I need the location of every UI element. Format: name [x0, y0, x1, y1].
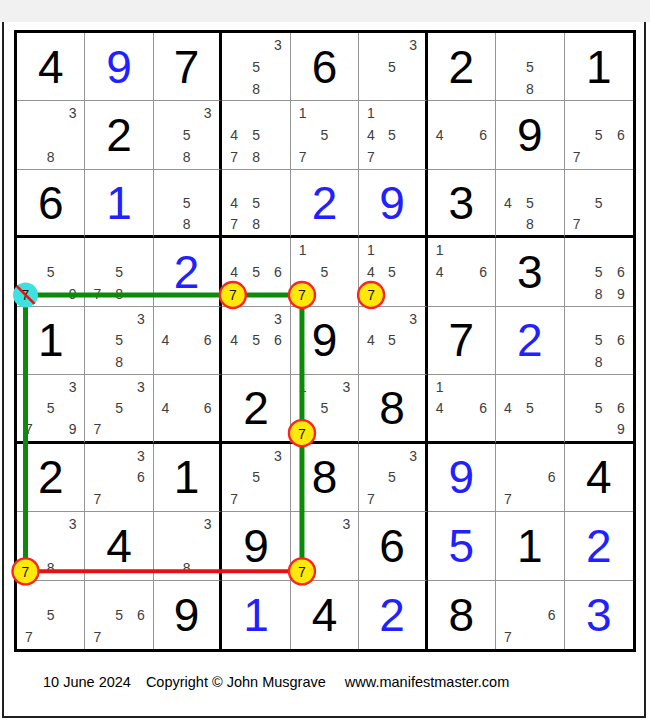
cell-r4c9[interactable]: 5689 — [565, 238, 633, 306]
solved-digit: 2 — [428, 33, 495, 100]
candidate-7: 7 — [292, 283, 314, 305]
solved-digit: 9 — [85, 33, 152, 100]
solved-digit: 8 — [359, 375, 424, 440]
cell-r9c8[interactable]: 67 — [496, 581, 564, 649]
cell-r2c8[interactable]: 9 — [496, 101, 564, 169]
cell-r3c2[interactable]: 1 — [85, 170, 153, 238]
candidate-5: 5 — [245, 330, 267, 352]
candidate-6: 6 — [610, 124, 632, 146]
candidate-5: 5 — [108, 604, 130, 626]
candidate-5: 5 — [588, 124, 610, 146]
solved-digit: 1 — [85, 170, 152, 235]
cell-r4c1[interactable]: 579 — [17, 238, 85, 306]
cell-r7c8[interactable]: 67 — [496, 444, 564, 512]
candidate-4: 4 — [497, 192, 519, 213]
candidate-5: 5 — [588, 330, 610, 352]
cell-r4c2[interactable]: 578 — [85, 238, 153, 306]
cell-r5c4[interactable]: 3456 — [222, 307, 290, 375]
candidate-7: 7 — [292, 557, 314, 579]
candidate-4: 4 — [360, 330, 381, 352]
candidate-grid: 357 — [86, 376, 151, 439]
candidate-5: 5 — [245, 56, 267, 78]
candidate-7: 7 — [360, 488, 381, 510]
cell-r3c5[interactable]: 2 — [291, 170, 359, 238]
candidate-grid: 567 — [86, 582, 151, 648]
cell-r9c4[interactable]: 1 — [222, 581, 290, 649]
cell-r1c6[interactable]: 35 — [359, 33, 427, 101]
solved-digit: 2 — [359, 581, 424, 649]
candidate-6: 6 — [610, 330, 632, 352]
cell-r5c3[interactable]: 46 — [154, 307, 222, 375]
candidate-7: 7 — [18, 626, 40, 648]
candidate-grid: 1457 — [360, 239, 423, 304]
cell-r7c7[interactable]: 9 — [428, 444, 496, 512]
candidate-5: 5 — [245, 261, 267, 283]
candidate-5: 5 — [176, 192, 197, 213]
candidate-6: 6 — [472, 397, 494, 418]
solved-digit: 1 — [222, 581, 289, 649]
cell-r3c1[interactable]: 6 — [17, 170, 85, 238]
cell-r5c1[interactable]: 1 — [17, 307, 85, 375]
candidate-grid: 378 — [18, 513, 83, 578]
solved-digit: 7 — [154, 33, 219, 100]
candidate-9: 9 — [610, 283, 632, 305]
candidate-grid: 38 — [18, 102, 83, 167]
candidate-grid: 46 — [429, 102, 494, 167]
candidate-4: 4 — [360, 261, 381, 283]
solved-digit: 8 — [291, 444, 358, 511]
sudoku-board: 4973586352581382358457815714574695676158… — [14, 30, 636, 652]
candidate-3: 3 — [335, 376, 357, 397]
cell-r2c1[interactable]: 38 — [17, 101, 85, 169]
cell-r1c9[interactable]: 1 — [565, 33, 633, 101]
candidate-grid: 58 — [497, 34, 562, 99]
candidate-grid: 4578 — [223, 171, 288, 234]
cell-r6c6[interactable]: 8 — [359, 375, 427, 443]
candidate-6: 6 — [610, 261, 632, 283]
candidate-5: 5 — [381, 56, 402, 78]
candidate-5: 5 — [314, 261, 336, 283]
candidate-8: 8 — [588, 283, 610, 305]
sudoku-page: 4973586352581382358457815714574695676158… — [0, 0, 650, 720]
candidate-7: 7 — [223, 213, 245, 234]
cell-r2c4[interactable]: 4578 — [222, 101, 290, 169]
cell-r2c3[interactable]: 358 — [154, 101, 222, 169]
cell-r4c7[interactable]: 146 — [428, 238, 496, 306]
candidate-grid: 46 — [155, 308, 218, 373]
candidate-grid: 67 — [497, 582, 562, 648]
cell-r2c7[interactable]: 46 — [428, 101, 496, 169]
candidate-grid: 4578 — [223, 102, 288, 167]
cell-r3c3[interactable]: 58 — [154, 170, 222, 238]
candidate-grid: 157 — [292, 239, 357, 304]
solved-digit: 3 — [496, 238, 563, 305]
candidate-6: 6 — [541, 604, 563, 626]
solved-digit: 2 — [496, 307, 563, 374]
cell-r8c1[interactable]: 378 — [17, 512, 85, 580]
cell-r6c8[interactable]: 45 — [496, 375, 564, 443]
candidate-7: 7 — [360, 146, 381, 168]
cell-r9c1[interactable]: 57 — [17, 581, 85, 649]
cell-r4c3[interactable]: 2 — [154, 238, 222, 306]
solved-digit: 1 — [496, 512, 563, 579]
candidate-5: 5 — [40, 397, 62, 418]
solved-digit: 7 — [428, 307, 495, 374]
cell-r4c5[interactable]: 157 — [291, 238, 359, 306]
candidate-grid: 579 — [18, 239, 83, 304]
cell-r1c2[interactable]: 9 — [85, 33, 153, 101]
candidate-4: 4 — [223, 192, 245, 213]
candidate-4: 4 — [360, 124, 381, 146]
candidate-6: 6 — [472, 124, 494, 146]
cell-r5c9[interactable]: 568 — [565, 307, 633, 375]
candidate-7: 7 — [566, 146, 588, 168]
candidate-1: 1 — [360, 239, 381, 261]
solved-digit: 4 — [291, 581, 358, 649]
candidate-grid: 46 — [155, 376, 218, 439]
cell-r1c8[interactable]: 58 — [496, 33, 564, 101]
solved-digit: 8 — [428, 581, 495, 649]
solved-digit: 4 — [565, 444, 633, 511]
candidate-5: 5 — [40, 604, 62, 626]
cell-r4c8[interactable]: 3 — [496, 238, 564, 306]
candidate-1: 1 — [360, 102, 381, 124]
candidate-grid: 146 — [429, 376, 494, 439]
cell-r8c2[interactable]: 4 — [85, 512, 153, 580]
solved-digit: 2 — [17, 444, 84, 511]
solved-digit: 6 — [291, 33, 358, 100]
candidate-grid: 578 — [86, 239, 151, 304]
candidate-grid: 568 — [566, 308, 632, 373]
cell-r3c8[interactable]: 458 — [496, 170, 564, 238]
candidate-5: 5 — [245, 192, 267, 213]
candidate-8: 8 — [176, 146, 197, 168]
cell-r9c2[interactable]: 567 — [85, 581, 153, 649]
candidate-grid: 67 — [497, 445, 562, 510]
candidate-6: 6 — [267, 330, 289, 352]
candidate-1: 1 — [292, 239, 314, 261]
solved-digit: 1 — [154, 444, 219, 511]
candidate-grid: 157 — [292, 102, 357, 167]
candidate-5: 5 — [381, 261, 402, 283]
candidate-grid: 5689 — [566, 239, 632, 304]
cell-r1c4[interactable]: 358 — [222, 33, 290, 101]
candidate-4: 4 — [223, 124, 245, 146]
candidate-7: 7 — [86, 626, 108, 648]
candidate-grid: 367 — [86, 445, 151, 510]
cell-r3c9[interactable]: 57 — [565, 170, 633, 238]
candidate-7: 7 — [292, 419, 314, 440]
candidate-9: 9 — [62, 419, 84, 440]
cell-r2c2[interactable]: 2 — [85, 101, 153, 169]
cell-r6c1[interactable]: 3579 — [17, 375, 85, 443]
candidate-3: 3 — [197, 102, 218, 124]
candidate-7: 7 — [360, 283, 381, 305]
candidate-5: 5 — [519, 192, 541, 213]
candidate-grid: 37 — [292, 513, 357, 578]
solved-digit: 2 — [291, 170, 358, 235]
candidate-7: 7 — [292, 146, 314, 168]
candidate-3: 3 — [197, 513, 218, 535]
candidate-5: 5 — [314, 397, 336, 418]
candidate-4: 4 — [429, 261, 451, 283]
solved-digit: 4 — [17, 33, 84, 100]
cell-r1c1[interactable]: 4 — [17, 33, 85, 101]
cell-r2c5[interactable]: 157 — [291, 101, 359, 169]
cell-r9c9[interactable]: 3 — [565, 581, 633, 649]
candidate-8: 8 — [108, 283, 130, 305]
candidate-1: 1 — [292, 376, 314, 397]
candidate-5: 5 — [381, 330, 402, 352]
candidate-4: 4 — [223, 261, 245, 283]
footer-copyright: Copyright © John Musgrave — [146, 674, 326, 690]
solved-digit: 1 — [17, 307, 84, 374]
candidate-grid: 58 — [155, 171, 218, 234]
cell-r7c1[interactable]: 2 — [17, 444, 85, 512]
cell-r8c3[interactable]: 38 — [154, 512, 222, 580]
candidate-9: 9 — [62, 283, 84, 305]
solved-digit: 9 — [359, 170, 424, 235]
cell-r4c6[interactable]: 1457 — [359, 238, 427, 306]
cell-r6c4[interactable]: 2 — [222, 375, 290, 443]
candidate-grid: 1357 — [292, 376, 357, 439]
candidate-8: 8 — [245, 78, 267, 100]
candidate-3: 3 — [130, 308, 152, 330]
solved-digit: 4 — [85, 512, 152, 579]
solved-digit: 6 — [359, 512, 424, 579]
cell-r9c6[interactable]: 2 — [359, 581, 427, 649]
candidate-3: 3 — [267, 445, 289, 467]
candidate-5: 5 — [108, 330, 130, 352]
solved-digit: 2 — [154, 238, 219, 305]
cell-r1c3[interactable]: 7 — [154, 33, 222, 101]
solved-digit: 2 — [222, 375, 289, 440]
candidate-3: 3 — [62, 102, 84, 124]
cell-r7c2[interactable]: 367 — [85, 444, 153, 512]
cell-r8c4[interactable]: 9 — [222, 512, 290, 580]
solved-digit: 9 — [154, 581, 219, 649]
candidate-7: 7 — [86, 488, 108, 510]
candidate-7: 7 — [566, 213, 588, 234]
candidate-5: 5 — [245, 124, 267, 146]
cell-r1c7[interactable]: 2 — [428, 33, 496, 101]
candidate-9: 9 — [610, 419, 632, 440]
cell-r6c5[interactable]: 1357 — [291, 375, 359, 443]
candidate-5: 5 — [381, 466, 402, 488]
candidate-5: 5 — [519, 397, 541, 418]
candidate-6: 6 — [197, 330, 218, 352]
candidate-1: 1 — [292, 102, 314, 124]
candidate-7: 7 — [18, 557, 40, 579]
candidate-8: 8 — [40, 557, 62, 579]
cell-r3c4[interactable]: 4578 — [222, 170, 290, 238]
cell-r7c6[interactable]: 357 — [359, 444, 427, 512]
candidate-8: 8 — [519, 213, 541, 234]
candidate-5: 5 — [176, 124, 197, 146]
candidate-8: 8 — [245, 146, 267, 168]
candidate-grid: 458 — [497, 171, 562, 234]
candidate-3: 3 — [130, 376, 152, 397]
cell-r3c7[interactable]: 3 — [428, 170, 496, 238]
cell-r9c3[interactable]: 9 — [154, 581, 222, 649]
cell-r5c6[interactable]: 345 — [359, 307, 427, 375]
candidate-grid: 38 — [155, 513, 218, 578]
cell-r5c8[interactable]: 2 — [496, 307, 564, 375]
candidate-5: 5 — [588, 261, 610, 283]
candidate-4: 4 — [429, 397, 451, 418]
candidate-grid: 569 — [566, 376, 632, 439]
candidate-3: 3 — [267, 34, 289, 56]
candidate-1: 1 — [429, 376, 451, 397]
candidate-6: 6 — [130, 466, 152, 488]
cell-r2c9[interactable]: 567 — [565, 101, 633, 169]
candidate-5: 5 — [40, 261, 62, 283]
solved-digit: 9 — [496, 101, 563, 168]
candidate-7: 7 — [223, 146, 245, 168]
cell-r5c7[interactable]: 7 — [428, 307, 496, 375]
cell-r2c6[interactable]: 1457 — [359, 101, 427, 169]
footer-date: 10 June 2024 — [43, 674, 131, 690]
solved-digit: 2 — [565, 512, 633, 579]
candidate-4: 4 — [429, 124, 451, 146]
solved-digit: 6 — [17, 170, 84, 235]
solved-digit: 5 — [428, 512, 495, 579]
footer: 10 June 2024Copyright © John Musgravewww… — [43, 674, 509, 690]
footer-website: www.manifestmaster.com — [345, 674, 509, 690]
candidate-4: 4 — [223, 330, 245, 352]
solved-digit: 2 — [85, 101, 152, 168]
candidate-6: 6 — [472, 261, 494, 283]
candidate-6: 6 — [267, 261, 289, 283]
candidate-grid: 345 — [360, 308, 423, 373]
cell-r9c7[interactable]: 8 — [428, 581, 496, 649]
candidate-3: 3 — [403, 308, 424, 330]
solved-digit: 3 — [428, 170, 495, 235]
candidate-grid: 357 — [360, 445, 423, 510]
candidate-5: 5 — [245, 466, 267, 488]
candidate-grid: 3456 — [223, 308, 288, 373]
candidate-grid: 358 — [86, 308, 151, 373]
cell-r7c4[interactable]: 357 — [222, 444, 290, 512]
cell-r8c7[interactable]: 5 — [428, 512, 496, 580]
candidate-grid: 57 — [18, 582, 83, 648]
candidate-6: 6 — [610, 397, 632, 418]
candidate-grid: 35 — [360, 34, 423, 99]
candidate-6: 6 — [197, 397, 218, 418]
candidate-7: 7 — [86, 283, 108, 305]
candidate-7: 7 — [86, 419, 108, 440]
candidate-3: 3 — [335, 513, 357, 535]
cell-r8c5[interactable]: 37 — [291, 512, 359, 580]
candidate-3: 3 — [62, 376, 84, 397]
cell-r7c9[interactable]: 4 — [565, 444, 633, 512]
cell-r6c7[interactable]: 146 — [428, 375, 496, 443]
candidate-grid: 567 — [566, 102, 632, 167]
candidate-5: 5 — [108, 397, 130, 418]
candidate-grid: 146 — [429, 239, 494, 304]
cell-r6c9[interactable]: 569 — [565, 375, 633, 443]
candidate-4: 4 — [497, 397, 519, 418]
candidate-grid: 358 — [223, 34, 288, 99]
candidate-4: 4 — [155, 397, 176, 418]
cell-r8c6[interactable]: 6 — [359, 512, 427, 580]
candidate-3: 3 — [62, 513, 84, 535]
cell-r8c9[interactable]: 2 — [565, 512, 633, 580]
candidate-grid: 3579 — [18, 376, 83, 439]
candidate-grid: 57 — [566, 171, 632, 234]
cell-r8c8[interactable]: 1 — [496, 512, 564, 580]
candidate-7: 7 — [18, 283, 40, 305]
candidate-5: 5 — [588, 192, 610, 213]
candidate-1: 1 — [429, 239, 451, 261]
candidate-5: 5 — [108, 261, 130, 283]
candidate-3: 3 — [403, 34, 424, 56]
candidate-grid: 1457 — [360, 102, 423, 167]
candidate-grid: 357 — [223, 445, 288, 510]
cell-r7c3[interactable]: 1 — [154, 444, 222, 512]
candidate-8: 8 — [176, 213, 197, 234]
cell-r5c5[interactable]: 9 — [291, 307, 359, 375]
cell-r7c5[interactable]: 8 — [291, 444, 359, 512]
candidate-7: 7 — [497, 488, 519, 510]
candidate-8: 8 — [108, 351, 130, 373]
solved-digit: 9 — [428, 444, 495, 511]
candidate-7: 7 — [223, 488, 245, 510]
candidate-grid: 358 — [155, 102, 218, 167]
top-strip — [0, 0, 650, 22]
solved-digit: 3 — [565, 581, 633, 649]
cell-r1c5[interactable]: 6 — [291, 33, 359, 101]
candidate-8: 8 — [519, 78, 541, 100]
cell-r9c5[interactable]: 4 — [291, 581, 359, 649]
solved-digit: 9 — [291, 307, 358, 374]
candidate-5: 5 — [519, 56, 541, 78]
candidate-5: 5 — [588, 397, 610, 418]
candidate-4: 4 — [155, 330, 176, 352]
candidate-8: 8 — [245, 213, 267, 234]
candidate-grid: 45 — [497, 376, 562, 439]
candidate-8: 8 — [40, 146, 62, 168]
candidate-7: 7 — [223, 283, 245, 305]
candidate-5: 5 — [314, 124, 336, 146]
candidate-3: 3 — [267, 308, 289, 330]
solved-digit: 9 — [222, 512, 289, 579]
solved-digit: 1 — [565, 33, 633, 100]
cell-r6c2[interactable]: 357 — [85, 375, 153, 443]
cell-r5c2[interactable]: 358 — [85, 307, 153, 375]
candidate-8: 8 — [176, 557, 197, 579]
candidate-3: 3 — [403, 445, 424, 467]
candidate-6: 6 — [130, 604, 152, 626]
cell-r4c4[interactable]: 4567 — [222, 238, 290, 306]
candidate-8: 8 — [588, 351, 610, 373]
candidate-7: 7 — [18, 419, 40, 440]
candidate-grid: 4567 — [223, 239, 288, 304]
candidate-3: 3 — [130, 445, 152, 467]
cell-r3c6[interactable]: 9 — [359, 170, 427, 238]
cell-r6c3[interactable]: 46 — [154, 375, 222, 443]
candidate-6: 6 — [541, 466, 563, 488]
candidate-5: 5 — [381, 124, 402, 146]
candidate-7: 7 — [497, 626, 519, 648]
